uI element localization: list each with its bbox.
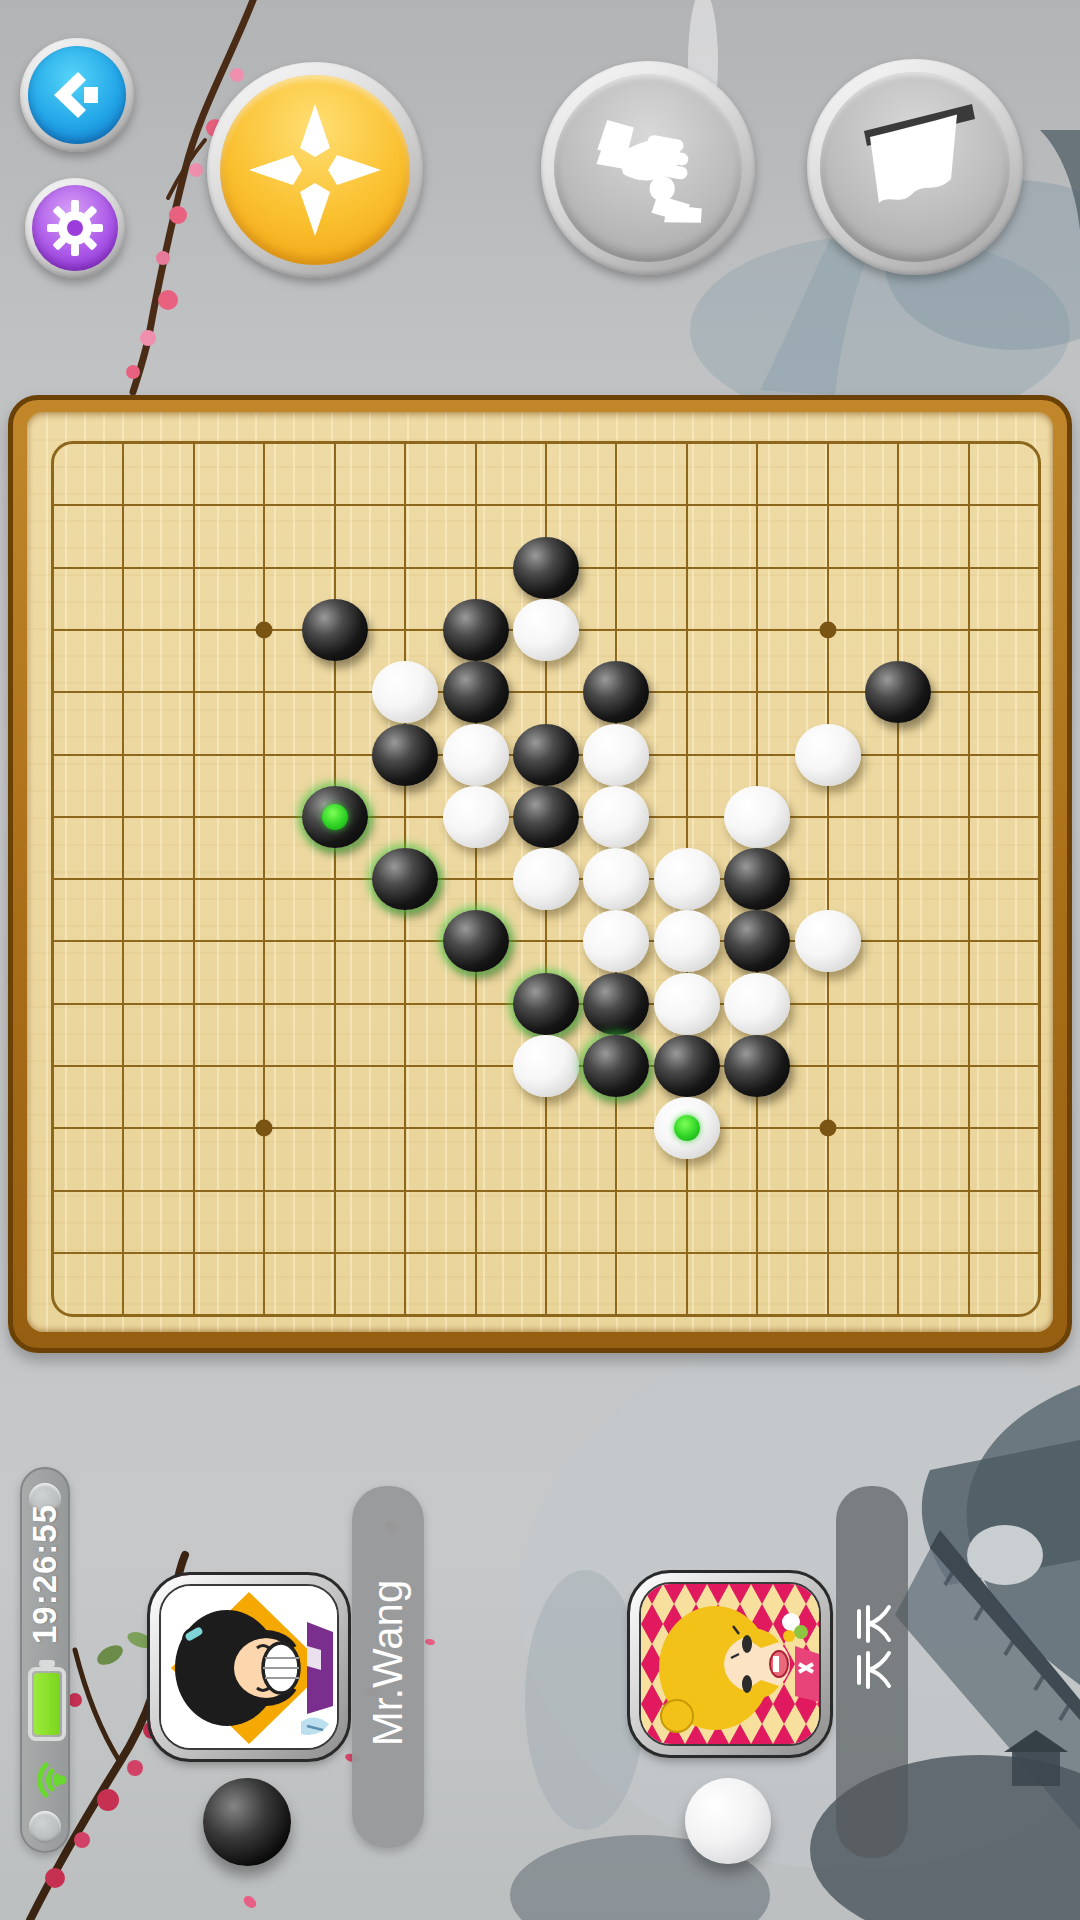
stone-black xyxy=(302,599,368,661)
wifi-icon xyxy=(23,1757,69,1803)
player2-name: 天天 xyxy=(836,1486,837,1487)
stone-black xyxy=(513,786,579,848)
stone-black xyxy=(513,724,579,786)
speaker-hole-bottom xyxy=(29,1811,61,1843)
stone-black xyxy=(443,661,509,723)
stone-black xyxy=(583,1035,649,1097)
stone-white xyxy=(795,910,861,972)
status-bar: 19:26:55 xyxy=(20,1467,70,1853)
stone-black xyxy=(443,910,509,972)
player1-avatar[interactable] xyxy=(150,1575,348,1759)
gear-icon xyxy=(45,198,105,258)
stone-black xyxy=(372,724,438,786)
player2-stone-indicator xyxy=(685,1778,771,1864)
stone-white xyxy=(443,786,509,848)
stone-white xyxy=(654,973,720,1035)
stone-black xyxy=(724,1035,790,1097)
stone-white xyxy=(583,724,649,786)
player2-avatar[interactable] xyxy=(630,1573,830,1755)
stone-black xyxy=(443,599,509,661)
stone-white xyxy=(513,1035,579,1097)
stone-black xyxy=(724,910,790,972)
stone-white xyxy=(513,848,579,910)
player1-name-bar: Mr.Wang xyxy=(352,1486,424,1848)
back-icon xyxy=(46,64,108,126)
stone-black xyxy=(583,661,649,723)
player1-name: Mr.Wang xyxy=(364,1580,412,1746)
player1-avatar-image xyxy=(161,1586,337,1750)
player2-name-bar: 天天 xyxy=(836,1486,908,1858)
star-point xyxy=(256,621,273,638)
stone-black xyxy=(513,537,579,599)
stone-white xyxy=(724,786,790,848)
stone-white xyxy=(724,973,790,1035)
star-point xyxy=(256,1120,273,1137)
stone-white xyxy=(654,848,720,910)
four-arrows-button[interactable] xyxy=(207,62,423,278)
stone-black xyxy=(724,848,790,910)
star-point xyxy=(819,621,836,638)
battery-icon xyxy=(28,1667,66,1741)
stone-white xyxy=(583,848,649,910)
stone-black xyxy=(513,973,579,1035)
stone-white xyxy=(583,910,649,972)
draw-offer-button[interactable] xyxy=(541,61,755,275)
player1-stone-indicator xyxy=(203,1778,291,1866)
stone-white xyxy=(795,724,861,786)
last-move-marker xyxy=(322,804,348,830)
star-point xyxy=(819,1120,836,1137)
settings-button[interactable] xyxy=(25,178,125,278)
stone-black xyxy=(865,661,931,723)
handshake-icon xyxy=(578,98,718,238)
last-move-marker xyxy=(674,1115,700,1141)
stone-white xyxy=(372,661,438,723)
stone-white xyxy=(443,724,509,786)
stone-white xyxy=(654,1097,720,1159)
player2-avatar-image xyxy=(641,1584,819,1746)
game-timer: 19:26:55 xyxy=(26,1504,64,1644)
surrender-button[interactable] xyxy=(807,59,1023,275)
player2-name-glyphs xyxy=(851,1603,893,1691)
stone-black xyxy=(372,848,438,910)
stone-black xyxy=(302,786,368,848)
four-direction-cross-icon xyxy=(240,95,390,245)
stone-white xyxy=(654,910,720,972)
stone-black xyxy=(583,973,649,1035)
stone-white xyxy=(513,599,579,661)
app-screen: 19:26:55 xyxy=(0,0,1080,1920)
game-board[interactable] xyxy=(8,395,1072,1353)
back-button[interactable] xyxy=(20,38,134,152)
stone-black xyxy=(654,1035,720,1097)
stone-white xyxy=(583,786,649,848)
white-flag-icon xyxy=(840,92,990,242)
